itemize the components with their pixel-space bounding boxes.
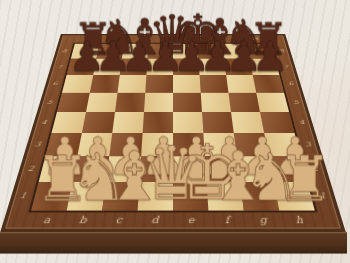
square-f5[interactable] [201,93,231,112]
square-h6[interactable] [253,75,284,93]
file-label-d: d [136,214,173,229]
square-d7[interactable]: ♟ [146,59,173,75]
piece-black-pawn[interactable]: ♟ [147,35,173,77]
file-label-h: h [280,214,320,229]
piece-black-pawn[interactable]: ♟ [94,35,120,77]
square-h1[interactable]: ♜ [274,182,315,210]
board-side-face [0,232,347,254]
square-a7[interactable]: ♟ [67,59,97,75]
file-label-c: c [100,214,138,229]
file-label-e: e [173,214,210,229]
rank-label-1: 1 [14,191,33,200]
piece-black-pawn[interactable]: ♟ [173,35,199,77]
piece-black-pawn[interactable]: ♟ [68,35,94,77]
square-g1[interactable]: ♞ [240,182,279,210]
piece-black-pawn[interactable]: ♟ [121,35,147,77]
square-e6[interactable] [173,75,201,93]
board-frame: ♜♞♝♛♚♝♞♜♟♟♟♟♟♟♟♟♟♟♟♟♟♟♟♟♜♞♝♛♚♝♞♜ abcdefg… [0,34,345,232]
square-e5[interactable] [173,93,202,112]
board-grid: ♜♞♝♛♚♝♞♜♟♟♟♟♟♟♟♟♟♟♟♟♟♟♟♟♜♞♝♛♚♝♞♜ [31,44,314,211]
square-f6[interactable] [200,75,229,93]
rank-label-6: 6 [284,81,299,86]
file-labels: abcdefgh [27,214,320,229]
piece-black-pawn[interactable]: ♟ [199,35,225,77]
file-label-g: g [244,214,283,229]
rank-label-5: 5 [289,99,304,105]
square-f1[interactable]: ♝ [207,182,244,210]
piece-white-bishop[interactable]: ♝ [208,143,243,211]
square-c5[interactable] [115,93,145,112]
square-d6[interactable] [145,75,173,93]
rank-label-5: 5 [42,99,57,105]
square-h5[interactable] [256,93,289,112]
file-label-b: b [63,214,102,229]
square-g6[interactable] [226,75,256,93]
piece-white-knight[interactable]: ♞ [242,145,277,211]
rank-label-6: 6 [48,81,63,86]
file-label-a: a [27,214,67,229]
square-a5[interactable] [57,93,90,112]
piece-black-pawn[interactable]: ♟ [225,35,251,77]
square-b6[interactable] [90,75,120,93]
square-a1[interactable]: ♜ [31,182,72,210]
rank-label-7: 7 [53,64,67,69]
square-g7[interactable]: ♟ [224,59,253,75]
file-label-f: f [209,214,247,229]
chess-board: ♜♞♝♛♚♝♞♜♟♟♟♟♟♟♟♟♟♟♟♟♟♟♟♟♜♞♝♛♚♝♞♜ abcdefg… [0,34,345,232]
square-a6[interactable] [62,75,93,93]
square-d5[interactable] [144,93,173,112]
square-h7[interactable]: ♟ [250,59,280,75]
square-c6[interactable] [118,75,147,93]
square-g5[interactable] [228,93,260,112]
square-e7[interactable]: ♟ [173,59,200,75]
piece-white-rook[interactable]: ♜ [35,148,70,210]
piece-black-pawn[interactable]: ♟ [252,35,278,77]
square-b5[interactable] [86,93,118,112]
square-b7[interactable]: ♟ [93,59,122,75]
square-f7[interactable]: ♟ [199,59,227,75]
square-c7[interactable]: ♟ [120,59,148,75]
piece-white-rook[interactable]: ♜ [277,148,312,210]
table-background: ♜♞♝♛♚♝♞♜♟♟♟♟♟♟♟♟♟♟♟♟♟♟♟♟♜♞♝♛♚♝♞♜ abcdefg… [0,0,350,263]
